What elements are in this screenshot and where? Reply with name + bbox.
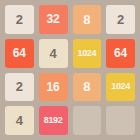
tile-r1c2: 1024	[73, 39, 102, 68]
tile-r1c1: 4	[39, 39, 68, 68]
tile-r0c2: 8	[73, 5, 102, 34]
tile-r2c2: 8	[73, 73, 102, 102]
tile-r2c3: 1024	[106, 73, 135, 102]
board-2048[interactable]: 2 32 8 2 64 4 1024 64 2 16 8 1024 4 8192	[0, 0, 140, 140]
tile-r0c0: 2	[5, 5, 34, 34]
tile-r3c1: 8192	[39, 106, 68, 135]
empty-cell-r3c2	[73, 106, 102, 135]
empty-cell-r3c3	[106, 106, 135, 135]
tile-r2c1: 16	[39, 73, 68, 102]
tile-r1c3: 64	[106, 39, 135, 68]
tile-r2c0: 2	[5, 73, 34, 102]
tile-r1c0: 64	[5, 39, 34, 68]
tile-r0c1: 32	[39, 5, 68, 34]
tile-r3c0: 4	[5, 106, 34, 135]
tile-r0c3: 2	[106, 5, 135, 34]
